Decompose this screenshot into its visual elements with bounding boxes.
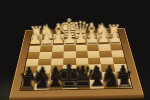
board-assembly: ♜♞♝♚♛♝♞♜♟♟♟♟♟♟♟♟♟♟♟♟♟♟♟♟♜♞♝♚♛♝♞♜ (0, 0, 150, 100)
black-rook[interactable]: ♜ (115, 68, 135, 90)
white-pawn[interactable]: ♟ (108, 30, 122, 46)
photo-background: ♜♞♝♚♛♝♞♜♟♟♟♟♟♟♟♟♟♟♟♟♟♟♟♟♜♞♝♚♛♝♞♜ (0, 0, 150, 100)
pieces-layer: ♜♞♝♚♛♝♞♜♟♟♟♟♟♟♟♟♟♟♟♟♟♟♟♟♜♞♝♚♛♝♞♜ (0, 0, 150, 100)
